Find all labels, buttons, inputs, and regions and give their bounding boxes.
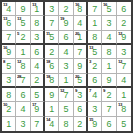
cell-digit: 4 [34,62,39,71]
cell-digit: 3 [63,62,68,71]
cell-digit: 2 [20,33,25,42]
cage-sum: 5 [17,31,19,35]
cage-sum: 12 [118,59,122,63]
cell-r9c7[interactable]: 159 [88,117,102,131]
cell-digit: 6 [92,76,97,85]
cell-r2c7[interactable]: 1 [88,16,102,30]
cell-r7c9[interactable]: 1 [117,88,131,102]
cage-sum: 13 [32,2,36,6]
cell-r7c2[interactable]: 6 [16,88,30,102]
cell-digit: 9 [63,19,68,28]
cell-digit: 5 [49,33,54,42]
cell-digit: 8 [77,5,82,14]
cell-digit: 8 [20,62,25,71]
cell-r6c6[interactable]: 205 [74,74,88,88]
cell-digit: 4 [121,76,126,85]
cage-sum: 12 [60,88,64,92]
cell-digit: 3 [77,91,82,100]
cell-r9c3[interactable]: 7 [31,117,45,131]
cell-r9c4[interactable]: 144 [45,117,59,131]
cell-digit: 1 [106,62,111,71]
cell-digit: 2 [77,120,82,129]
cell-r8c4[interactable]: 1 [45,102,59,116]
cell-r8c8[interactable]: 7 [102,102,116,116]
cell-digit: 7 [92,5,97,14]
cage-sum: 12 [17,59,21,63]
cell-digit: 4 [77,19,82,28]
cell-r4c6[interactable]: 7 [74,45,88,59]
cell-r5c3[interactable]: 4 [31,59,45,73]
cell-digit: 2 [63,5,68,14]
cell-digit: 2 [106,91,111,100]
cell-r5c7[interactable]: 32 [88,59,102,73]
cell-digit: 6 [20,91,25,100]
cage-sum: 13 [3,2,7,6]
cage-sum: 11 [46,31,50,35]
cage-sum: 9 [103,88,105,92]
cell-r3c6[interactable]: 201 [74,31,88,45]
cell-digit: 9 [77,62,82,71]
cell-r9c9[interactable]: 5 [117,117,131,131]
cell-r4c9[interactable]: 3 [117,45,131,59]
cell-r6c5[interactable]: 1 [59,74,73,88]
cell-r7c6[interactable]: 93 [74,88,88,102]
cell-r1c4[interactable]: 3 [45,2,59,16]
cell-digit: 1 [121,91,126,100]
cell-r8c9[interactable]: 138 [117,102,131,116]
cell-digit: 9 [6,48,11,57]
cell-r8c6[interactable]: 6 [74,102,88,116]
cell-digit: 5 [20,19,25,28]
cell-r7c5[interactable]: 127 [59,88,73,102]
cell-digit: 3 [6,76,11,85]
cell-r1c3[interactable]: 131 [31,2,45,16]
cell-digit: 3 [121,48,126,57]
cell-digit: 3 [34,33,39,42]
cell-digit: 2 [121,19,126,28]
cell-r5c5[interactable]: 3 [59,59,73,73]
cell-digit: 5 [34,91,39,100]
cell-r3c7[interactable]: 8 [88,31,102,45]
cell-digit: 7 [49,19,54,28]
cage-sum: 28 [17,74,21,78]
cell-digit: 2 [34,76,39,85]
cell-digit: 5 [92,48,97,57]
cell-r1c2[interactable]: 9 [16,2,30,16]
cell-r6c1[interactable]: 3 [2,74,16,88]
cell-r6c8[interactable]: 9 [102,74,116,88]
cell-digit: 6 [6,19,11,28]
cell-r2c4[interactable]: 7 [45,16,59,30]
cell-digit: 2 [92,62,97,71]
cell-r6c4[interactable]: 188 [45,74,59,88]
cell-digit: 8 [63,120,68,129]
cell-digit: 1 [6,120,11,129]
cell-r9c5[interactable]: 8 [59,117,73,131]
cell-r7c1[interactable]: 8 [2,88,16,102]
cell-r8c5[interactable]: 5 [59,102,73,116]
cell-r5c2[interactable]: 128 [16,59,30,73]
cell-digit: 6 [77,105,82,114]
cell-r9c2[interactable]: 3 [16,117,30,131]
cell-r9c8[interactable]: 6 [102,117,116,131]
cell-r7c4[interactable]: 9 [45,88,59,102]
cell-digit: 9 [34,105,39,114]
cage-sum: 12 [118,31,122,35]
cell-digit: 1 [63,76,68,85]
cage-sum: 13 [89,45,93,49]
cage-sum: 13 [17,16,21,20]
cell-digit: 9 [92,120,97,129]
cell-r3c5[interactable]: 6 [59,31,73,45]
cell-r3c1[interactable]: 7 [2,31,16,45]
cell-digit: 1 [92,19,97,28]
cell-digit: 7 [34,120,39,129]
cell-r2c6[interactable]: 4 [74,16,88,30]
cell-r2c1[interactable]: 136 [2,16,16,30]
cage-sum: 9 [75,88,77,92]
cage-sum: 3 [89,59,91,63]
cell-digit: 7 [6,33,11,42]
cell-r6c2[interactable]: 287 [16,74,30,88]
cell-digit: 6 [106,120,111,129]
cell-digit: 8 [6,91,11,100]
cell-digit: 7 [121,62,126,71]
cell-digit: 7 [63,91,68,100]
cell-digit: 4 [20,105,25,114]
cage-sum: 7 [89,88,91,92]
killer-sudoku-board: 1349131321687165613613587199413275231156… [0,0,133,133]
cell-r8c7[interactable]: 3 [88,102,102,116]
cage-sum: 10 [3,102,7,106]
cell-digit: 1 [20,48,25,57]
cage-sum: 16 [3,45,7,49]
cell-digit: 4 [63,48,68,57]
cell-digit: 5 [6,62,11,71]
cell-r4c5[interactable]: 4 [59,45,73,59]
cage-sum: 8 [3,59,5,63]
cell-r4c4[interactable]: 2 [45,45,59,59]
cell-digit: 3 [20,120,25,129]
cage-sum: 20 [75,31,79,35]
cell-r4c3[interactable]: 6 [31,45,45,59]
cell-r4c2[interactable]: 1 [16,45,30,59]
cage-sum: 19 [60,16,64,20]
cage-sum: 15 [89,117,93,121]
cell-r3c4[interactable]: 115 [45,31,59,45]
cell-r8c1[interactable]: 102 [2,102,16,116]
cell-digit: 4 [6,5,11,14]
cell-r6c9[interactable]: 4 [117,74,131,88]
cage-sum: 18 [46,74,50,78]
cage-sum: 16 [75,2,79,6]
cell-digit: 3 [49,5,54,14]
cell-r2c5[interactable]: 199 [59,16,73,30]
cell-r6c7[interactable]: 6 [88,74,102,88]
cell-r1c9[interactable]: 6 [117,2,131,16]
cell-digit: 3 [92,105,97,114]
cell-r7c7[interactable]: 74 [88,88,102,102]
cell-r1c5[interactable]: 2 [59,2,73,16]
cell-r4c7[interactable]: 135 [88,45,102,59]
cell-r5c1[interactable]: 85 [2,59,16,73]
cell-digit: 6 [121,5,126,14]
cell-digit: 6 [34,48,39,57]
cell-digit: 4 [92,91,97,100]
cell-r5c8[interactable]: 1 [102,59,116,73]
cell-r4c1[interactable]: 169 [2,45,16,59]
cell-digit: 1 [49,105,54,114]
cell-digit: 4 [106,33,111,42]
cell-r8c3[interactable]: 179 [31,102,45,116]
cage-sum: 16 [103,2,107,6]
cell-r5c6[interactable]: 9 [74,59,88,73]
cell-r6c3[interactable]: 2 [31,74,45,88]
cell-r2c2[interactable]: 135 [16,16,30,30]
cell-r3c8[interactable]: 4 [102,31,116,45]
cell-digit: 5 [121,120,126,129]
cell-r2c3[interactable]: 8 [31,16,45,30]
cell-digit: 7 [77,48,82,57]
cage-sum: 13 [118,102,122,106]
cell-digit: 9 [49,91,54,100]
cell-digit: 5 [63,105,68,114]
cage-sum: 17 [32,102,36,106]
cell-r3c2[interactable]: 52 [16,31,30,45]
cell-r8c2[interactable]: 4 [16,102,30,116]
cell-digit: 3 [106,19,111,28]
cell-r4c8[interactable]: 8 [102,45,116,59]
cage-sum: 14 [46,117,50,121]
cage-sum: 20 [75,74,79,78]
cage-sum: 18 [46,59,50,63]
cell-digit: 1 [34,5,39,14]
cell-digit: 6 [63,33,68,42]
cell-r9c1[interactable]: 1 [2,117,16,131]
cell-r1c8[interactable]: 165 [102,2,116,16]
cell-r7c3[interactable]: 5 [31,88,45,102]
cell-r5c9[interactable]: 127 [117,59,131,73]
cell-digit: 9 [106,76,111,85]
cage-sum: 13 [3,16,7,20]
cell-r1c7[interactable]: 7 [88,2,102,16]
cell-digit: 8 [121,105,126,114]
cell-digit: 5 [106,5,111,14]
cell-r1c6[interactable]: 168 [74,2,88,16]
cell-r3c3[interactable]: 3 [31,31,45,45]
cell-r1c1[interactable]: 134 [2,2,16,16]
cell-digit: 2 [49,48,54,57]
cell-digit: 2 [6,105,11,114]
cell-digit: 8 [34,19,39,28]
cell-r5c4[interactable]: 186 [45,59,59,73]
cell-digit: 9 [20,5,25,14]
cell-digit: 8 [92,33,97,42]
cell-digit: 4 [49,120,54,129]
cell-r3c9[interactable]: 129 [117,31,131,45]
cell-r2c8[interactable]: 3 [102,16,116,30]
cell-r9c6[interactable]: 2 [74,117,88,131]
cell-digit: 8 [106,48,111,57]
cell-r7c8[interactable]: 92 [102,88,116,102]
cell-digit: 7 [106,105,111,114]
cell-r2c9[interactable]: 2 [117,16,131,30]
cell-digit: 6 [49,62,54,71]
